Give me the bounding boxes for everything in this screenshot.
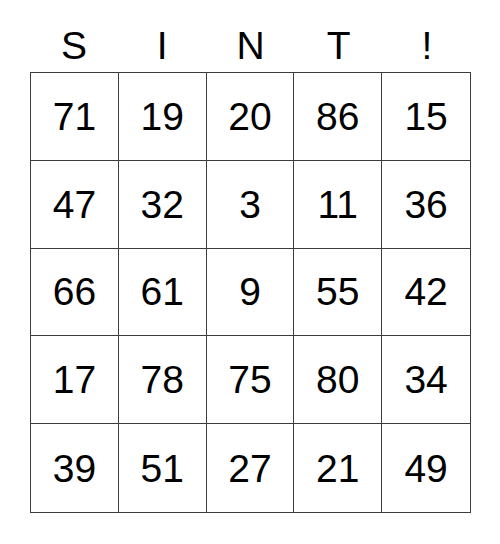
bingo-cell-r2c3[interactable]: 55 bbox=[294, 249, 382, 337]
bingo-cell-r1c0[interactable]: 47 bbox=[31, 161, 119, 249]
bingo-cell-r3c2[interactable]: 75 bbox=[207, 336, 295, 424]
bingo-cell-r4c0[interactable]: 39 bbox=[31, 424, 119, 512]
bingo-cell-r2c2[interactable]: 9 bbox=[207, 249, 295, 337]
bingo-cell-r1c1[interactable]: 32 bbox=[119, 161, 207, 249]
header-letter-exclaim: ! bbox=[383, 18, 471, 72]
bingo-cell-r1c4[interactable]: 36 bbox=[382, 161, 470, 249]
bingo-cell-r4c4[interactable]: 49 bbox=[382, 424, 470, 512]
bingo-cell-r3c4[interactable]: 34 bbox=[382, 336, 470, 424]
bingo-cell-r1c3[interactable]: 11 bbox=[294, 161, 382, 249]
bingo-cell-r3c1[interactable]: 78 bbox=[119, 336, 207, 424]
bingo-cell-r0c2[interactable]: 20 bbox=[207, 73, 295, 161]
bingo-card-page: S I N T ! 71 19 20 86 15 47 32 3 11 36 6… bbox=[0, 0, 500, 544]
bingo-cell-r0c1[interactable]: 19 bbox=[119, 73, 207, 161]
bingo-cell-r3c3[interactable]: 80 bbox=[294, 336, 382, 424]
header-letter-i: I bbox=[118, 18, 206, 72]
bingo-cell-r0c3[interactable]: 86 bbox=[294, 73, 382, 161]
bingo-cell-r4c1[interactable]: 51 bbox=[119, 424, 207, 512]
bingo-cell-r4c2[interactable]: 27 bbox=[207, 424, 295, 512]
bingo-cell-r2c1[interactable]: 61 bbox=[119, 249, 207, 337]
bingo-cell-r3c0[interactable]: 17 bbox=[31, 336, 119, 424]
bingo-header-row: S I N T ! bbox=[30, 18, 471, 72]
bingo-cell-r0c4[interactable]: 15 bbox=[382, 73, 470, 161]
bingo-board: 71 19 20 86 15 47 32 3 11 36 66 61 9 55 … bbox=[30, 72, 471, 513]
header-letter-s: S bbox=[30, 18, 118, 72]
bingo-cell-r2c0[interactable]: 66 bbox=[31, 249, 119, 337]
header-letter-n: N bbox=[206, 18, 294, 72]
bingo-cell-r1c2[interactable]: 3 bbox=[207, 161, 295, 249]
bingo-cell-r0c0[interactable]: 71 bbox=[31, 73, 119, 161]
bingo-cell-r4c3[interactable]: 21 bbox=[294, 424, 382, 512]
bingo-cell-r2c4[interactable]: 42 bbox=[382, 249, 470, 337]
header-letter-t: T bbox=[295, 18, 383, 72]
